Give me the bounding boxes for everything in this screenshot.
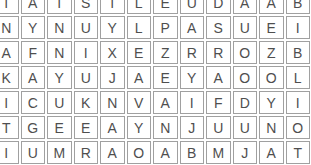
- grid-cell-r2c4[interactable]: U: [74, 16, 99, 39]
- grid-cell-r1c3[interactable]: I: [47, 0, 72, 14]
- grid-cell-r7c9[interactable]: M: [206, 141, 231, 164]
- grid-cell-r6c1[interactable]: T: [0, 116, 19, 139]
- grid-cell-r4c9[interactable]: A: [206, 66, 231, 89]
- grid-cell-r4c2[interactable]: A: [21, 66, 46, 89]
- grid-cell-r4c4[interactable]: U: [74, 66, 99, 89]
- grid-cell-r6c4[interactable]: E: [74, 116, 99, 139]
- grid-cell-r3c3[interactable]: N: [47, 41, 72, 64]
- grid-cell-r7c7[interactable]: A: [153, 141, 178, 164]
- grid-cell-r3c5[interactable]: X: [100, 41, 125, 64]
- grid-cell-r5c11[interactable]: Y: [259, 91, 284, 114]
- grid-cell-r1c12[interactable]: B: [286, 0, 311, 14]
- letter-grid: IAISILEUDAABNYNUYLPASUEIAFNIXEZRROZBKAYU…: [0, 0, 310, 164]
- grid-cell-r2c10[interactable]: U: [233, 16, 258, 39]
- grid-cell-r7c8[interactable]: B: [180, 141, 205, 164]
- grid-cell-r6c10[interactable]: U: [233, 116, 258, 139]
- grid-cell-r2c8[interactable]: A: [180, 16, 205, 39]
- grid-cell-r1c4[interactable]: S: [74, 0, 99, 14]
- grid-cell-r5c8[interactable]: I: [180, 91, 205, 114]
- grid-cell-r2c3[interactable]: N: [47, 16, 72, 39]
- grid-cell-r5c5[interactable]: N: [100, 91, 125, 114]
- grid-cell-r2c5[interactable]: Y: [100, 16, 125, 39]
- grid-cell-r1c10[interactable]: A: [233, 0, 258, 14]
- grid-cell-r5c2[interactable]: C: [21, 91, 46, 114]
- grid-cell-r3c9[interactable]: R: [206, 41, 231, 64]
- grid-cell-r5c3[interactable]: U: [47, 91, 72, 114]
- grid-cell-r1c2[interactable]: A: [21, 0, 46, 14]
- grid-cell-r4c11[interactable]: O: [259, 66, 284, 89]
- grid-cell-r2c1[interactable]: N: [0, 16, 19, 39]
- grid-cell-r6c3[interactable]: E: [47, 116, 72, 139]
- grid-cell-r6c9[interactable]: U: [206, 116, 231, 139]
- grid-cell-r7c5[interactable]: A: [100, 141, 125, 164]
- grid-cell-r6c11[interactable]: N: [259, 116, 284, 139]
- grid-cell-r3c1[interactable]: A: [0, 41, 19, 64]
- grid-cell-r3c6[interactable]: E: [127, 41, 152, 64]
- grid-cell-r4c8[interactable]: Y: [180, 66, 205, 89]
- grid-cell-r2c7[interactable]: P: [153, 16, 178, 39]
- grid-cell-r3c11[interactable]: Z: [259, 41, 284, 64]
- grid-cell-r3c4[interactable]: I: [74, 41, 99, 64]
- grid-cell-r1c7[interactable]: E: [153, 0, 178, 14]
- grid-cell-r6c12[interactable]: O: [286, 116, 311, 139]
- grid-cell-r1c11[interactable]: A: [259, 0, 284, 14]
- grid-cell-r6c6[interactable]: Y: [127, 116, 152, 139]
- grid-cell-r4c10[interactable]: O: [233, 66, 258, 89]
- grid-cell-r6c8[interactable]: J: [180, 116, 205, 139]
- grid-cell-r5c9[interactable]: F: [206, 91, 231, 114]
- grid-cell-r3c10[interactable]: O: [233, 41, 258, 64]
- grid-cell-r7c3[interactable]: M: [47, 141, 72, 164]
- grid-cell-r1c6[interactable]: L: [127, 0, 152, 14]
- grid-cell-r4c3[interactable]: Y: [47, 66, 72, 89]
- grid-cell-r2c11[interactable]: E: [259, 16, 284, 39]
- grid-cell-r2c12[interactable]: I: [286, 16, 311, 39]
- grid-cell-r3c8[interactable]: R: [180, 41, 205, 64]
- grid-cell-r5c6[interactable]: V: [127, 91, 152, 114]
- grid-cell-r7c10[interactable]: J: [233, 141, 258, 164]
- grid-cell-r5c7[interactable]: A: [153, 91, 178, 114]
- grid-cell-r1c9[interactable]: D: [206, 0, 231, 14]
- grid-cell-r6c7[interactable]: N: [153, 116, 178, 139]
- grid-cell-r4c12[interactable]: L: [286, 66, 311, 89]
- grid-cell-r7c11[interactable]: A: [259, 141, 284, 164]
- grid-cell-r6c2[interactable]: G: [21, 116, 46, 139]
- grid-cell-r3c12[interactable]: B: [286, 41, 311, 64]
- grid-cell-r7c2[interactable]: U: [21, 141, 46, 164]
- grid-cell-r7c6[interactable]: O: [127, 141, 152, 164]
- grid-cell-r3c2[interactable]: F: [21, 41, 46, 64]
- grid-cell-r1c5[interactable]: I: [100, 0, 125, 14]
- grid-cell-r5c4[interactable]: K: [74, 91, 99, 114]
- grid-cell-r5c10[interactable]: D: [233, 91, 258, 114]
- grid-cell-r2c9[interactable]: S: [206, 16, 231, 39]
- grid-cell-r2c6[interactable]: L: [127, 16, 152, 39]
- word-search-board: IAISILEUDAABNYNUYLPASUEIAFNIXEZRROZBKAYU…: [0, 0, 310, 165]
- grid-cell-r4c7[interactable]: E: [153, 66, 178, 89]
- grid-cell-r4c1[interactable]: K: [0, 66, 19, 89]
- grid-cell-r1c8[interactable]: U: [180, 0, 205, 14]
- grid-cell-r4c6[interactable]: A: [127, 66, 152, 89]
- grid-cell-r4c5[interactable]: J: [100, 66, 125, 89]
- grid-cell-r3c7[interactable]: Z: [153, 41, 178, 64]
- grid-cell-r2c2[interactable]: Y: [21, 16, 46, 39]
- grid-cell-r7c1[interactable]: I: [0, 141, 19, 164]
- grid-cell-r5c12[interactable]: I: [286, 91, 311, 114]
- grid-cell-r6c5[interactable]: A: [100, 116, 125, 139]
- grid-cell-r7c12[interactable]: T: [286, 141, 311, 164]
- grid-cell-r5c1[interactable]: I: [0, 91, 19, 114]
- grid-cell-r7c4[interactable]: R: [74, 141, 99, 164]
- grid-cell-r1c1[interactable]: I: [0, 0, 19, 14]
